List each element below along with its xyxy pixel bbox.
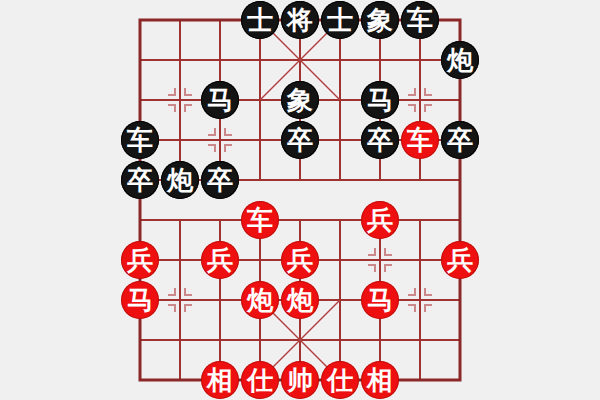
piece-black-rook[interactable]: 车 xyxy=(401,1,439,39)
xiangqi-board[interactable]: 士将士象车炮马象马车卒卒车卒卒炮卒车兵兵兵兵兵马炮炮马相仕帅仕相 xyxy=(120,0,480,400)
piece-red-horse[interactable]: 马 xyxy=(121,281,159,319)
piece-red-pawn[interactable]: 兵 xyxy=(121,241,159,279)
piece-black-pawn[interactable]: 卒 xyxy=(201,161,239,199)
piece-black-pawn[interactable]: 卒 xyxy=(121,161,159,199)
piece-black-pawn[interactable]: 卒 xyxy=(361,121,399,159)
piece-black-horse[interactable]: 马 xyxy=(201,81,239,119)
piece-black-advisor[interactable]: 士 xyxy=(241,1,279,39)
piece-red-pawn[interactable]: 兵 xyxy=(441,241,479,279)
piece-red-pawn[interactable]: 兵 xyxy=(361,201,399,239)
piece-black-cannon[interactable]: 炮 xyxy=(161,161,199,199)
piece-red-horse[interactable]: 马 xyxy=(361,281,399,319)
piece-red-pawn[interactable]: 兵 xyxy=(201,241,239,279)
piece-black-elephant[interactable]: 象 xyxy=(281,81,319,119)
piece-red-pawn[interactable]: 兵 xyxy=(281,241,319,279)
piece-black-pawn[interactable]: 卒 xyxy=(441,121,479,159)
piece-red-cannon[interactable]: 炮 xyxy=(281,281,319,319)
xiangqi-app: 士将士象车炮马象马车卒卒车卒卒炮卒车兵兵兵兵兵马炮炮马相仕帅仕相 xyxy=(0,0,600,400)
piece-black-cannon[interactable]: 炮 xyxy=(441,41,479,79)
piece-black-rook[interactable]: 车 xyxy=(121,121,159,159)
piece-black-pawn[interactable]: 卒 xyxy=(281,121,319,159)
piece-black-elephant[interactable]: 象 xyxy=(361,1,399,39)
piece-red-king[interactable]: 帅 xyxy=(281,361,319,399)
piece-black-king[interactable]: 将 xyxy=(281,1,319,39)
piece-red-elephant[interactable]: 相 xyxy=(201,361,239,399)
piece-red-rook[interactable]: 车 xyxy=(401,121,439,159)
piece-black-horse[interactable]: 马 xyxy=(361,81,399,119)
screen: { "game": "xiangqi", "position": { "fen"… xyxy=(0,0,600,400)
piece-red-advisor[interactable]: 仕 xyxy=(321,361,359,399)
piece-red-elephant[interactable]: 相 xyxy=(361,361,399,399)
piece-red-advisor[interactable]: 仕 xyxy=(241,361,279,399)
piece-black-advisor[interactable]: 士 xyxy=(321,1,359,39)
piece-red-rook[interactable]: 车 xyxy=(241,201,279,239)
piece-red-cannon[interactable]: 炮 xyxy=(241,281,279,319)
